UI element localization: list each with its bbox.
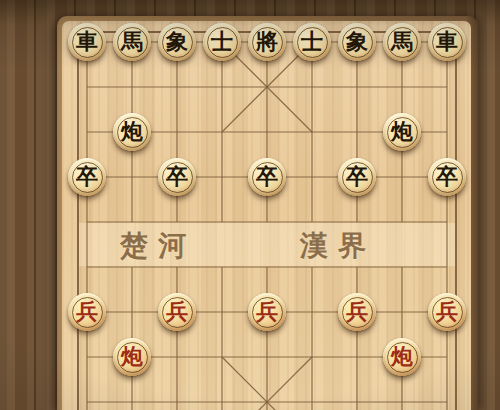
piece-glyph: 象 <box>346 30 368 52</box>
piece-black-soldier[interactable]: 卒 <box>68 158 106 196</box>
piece-glyph: 卒 <box>256 165 278 187</box>
piece-black-advisor[interactable]: 士 <box>293 23 331 61</box>
piece-black-chariot[interactable]: 車 <box>68 23 106 61</box>
piece-glyph: 兵 <box>256 300 278 322</box>
piece-red-cannon[interactable]: 炮 <box>383 338 421 376</box>
piece-glyph: 卒 <box>346 165 368 187</box>
piece-glyph: 兵 <box>436 300 458 322</box>
piece-glyph: 馬 <box>121 30 143 52</box>
piece-black-soldier[interactable]: 卒 <box>338 158 376 196</box>
piece-glyph: 士 <box>211 30 233 52</box>
piece-glyph: 車 <box>436 30 458 52</box>
piece-glyph: 炮 <box>391 345 413 367</box>
piece-glyph: 將 <box>256 30 278 52</box>
piece-black-soldier[interactable]: 卒 <box>158 158 196 196</box>
piece-glyph: 炮 <box>121 345 143 367</box>
piece-black-horse[interactable]: 馬 <box>113 23 151 61</box>
piece-black-cannon[interactable]: 炮 <box>113 113 151 151</box>
piece-glyph: 卒 <box>76 165 98 187</box>
piece-black-soldier[interactable]: 卒 <box>428 158 466 196</box>
piece-red-soldier[interactable]: 兵 <box>68 293 106 331</box>
piece-glyph: 馬 <box>391 30 413 52</box>
piece-red-soldier[interactable]: 兵 <box>338 293 376 331</box>
board-grid[interactable]: 車馬象士將士象馬車炮炮卒卒卒卒卒兵兵兵兵兵炮炮 <box>65 20 470 410</box>
piece-red-cannon[interactable]: 炮 <box>113 338 151 376</box>
piece-glyph: 車 <box>76 30 98 52</box>
piece-black-elephant[interactable]: 象 <box>158 23 196 61</box>
piece-black-cannon[interactable]: 炮 <box>383 113 421 151</box>
piece-glyph: 卒 <box>436 165 458 187</box>
piece-red-soldier[interactable]: 兵 <box>428 293 466 331</box>
piece-black-horse[interactable]: 馬 <box>383 23 421 61</box>
piece-black-advisor[interactable]: 士 <box>203 23 241 61</box>
piece-black-soldier[interactable]: 卒 <box>248 158 286 196</box>
table-background: 楚河 漢界 車馬象士將士象馬車炮炮卒卒卒卒卒兵兵兵兵兵炮炮 <box>0 0 500 410</box>
piece-black-chariot[interactable]: 車 <box>428 23 466 61</box>
piece-black-elephant[interactable]: 象 <box>338 23 376 61</box>
piece-glyph: 炮 <box>121 120 143 142</box>
piece-glyph: 兵 <box>76 300 98 322</box>
piece-red-soldier[interactable]: 兵 <box>158 293 196 331</box>
piece-red-soldier[interactable]: 兵 <box>248 293 286 331</box>
piece-glyph: 士 <box>301 30 323 52</box>
piece-glyph: 兵 <box>346 300 368 322</box>
piece-glyph: 炮 <box>391 120 413 142</box>
piece-glyph: 卒 <box>166 165 188 187</box>
piece-black-general[interactable]: 將 <box>248 23 286 61</box>
piece-glyph: 兵 <box>166 300 188 322</box>
piece-glyph: 象 <box>166 30 188 52</box>
